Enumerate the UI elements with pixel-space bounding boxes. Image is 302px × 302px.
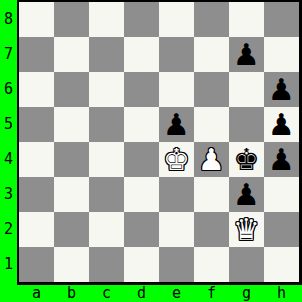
square-g6[interactable] xyxy=(229,72,264,107)
square-c2[interactable] xyxy=(89,212,124,247)
square-d6[interactable] xyxy=(124,72,159,107)
square-c3[interactable] xyxy=(89,177,124,212)
rank-label-2: 2 xyxy=(0,212,17,247)
square-c6[interactable] xyxy=(89,72,124,107)
rank-label-7: 7 xyxy=(0,37,17,72)
square-f4[interactable]: ♟ xyxy=(194,142,229,177)
chess-board: ♟♟♟♟♚♟♚♟♟♛ xyxy=(17,0,302,285)
square-g1[interactable] xyxy=(229,247,264,282)
square-h5[interactable]: ♟ xyxy=(264,107,299,142)
board-frame: ♟♟♟♟♚♟♚♟♟♛ 87654321abcdefgh xyxy=(0,0,302,302)
file-label-f: f xyxy=(194,285,229,302)
square-f2[interactable] xyxy=(194,212,229,247)
square-d3[interactable] xyxy=(124,177,159,212)
square-g8[interactable] xyxy=(229,2,264,37)
square-h1[interactable] xyxy=(264,247,299,282)
white-king[interactable]: ♚ xyxy=(159,142,194,177)
file-label-g: g xyxy=(229,285,264,302)
rank-label-3: 3 xyxy=(0,177,17,212)
square-h2[interactable] xyxy=(264,212,299,247)
rank-label-4: 4 xyxy=(0,142,17,177)
square-d8[interactable] xyxy=(124,2,159,37)
square-f6[interactable] xyxy=(194,72,229,107)
square-a3[interactable] xyxy=(19,177,54,212)
square-e7[interactable] xyxy=(159,37,194,72)
square-g5[interactable] xyxy=(229,107,264,142)
square-f1[interactable] xyxy=(194,247,229,282)
square-e2[interactable] xyxy=(159,212,194,247)
square-f8[interactable] xyxy=(194,2,229,37)
square-d7[interactable] xyxy=(124,37,159,72)
square-a1[interactable] xyxy=(19,247,54,282)
file-label-e: e xyxy=(159,285,194,302)
square-e8[interactable] xyxy=(159,2,194,37)
square-g4[interactable]: ♚ xyxy=(229,142,264,177)
white-queen[interactable]: ♛ xyxy=(229,212,264,247)
square-e4[interactable]: ♚ xyxy=(159,142,194,177)
square-d1[interactable] xyxy=(124,247,159,282)
black-pawn[interactable]: ♟ xyxy=(264,107,299,142)
square-h7[interactable] xyxy=(264,37,299,72)
black-king[interactable]: ♚ xyxy=(229,142,264,177)
rank-label-5: 5 xyxy=(0,107,17,142)
square-b7[interactable] xyxy=(54,37,89,72)
square-c4[interactable] xyxy=(89,142,124,177)
square-a2[interactable] xyxy=(19,212,54,247)
file-label-b: b xyxy=(54,285,89,302)
square-b6[interactable] xyxy=(54,72,89,107)
square-h6[interactable]: ♟ xyxy=(264,72,299,107)
square-d2[interactable] xyxy=(124,212,159,247)
square-a6[interactable] xyxy=(19,72,54,107)
square-a4[interactable] xyxy=(19,142,54,177)
square-e1[interactable] xyxy=(159,247,194,282)
file-label-h: h xyxy=(264,285,299,302)
square-d5[interactable] xyxy=(124,107,159,142)
square-e6[interactable] xyxy=(159,72,194,107)
rank-label-6: 6 xyxy=(0,72,17,107)
square-a5[interactable] xyxy=(19,107,54,142)
file-label-a: a xyxy=(19,285,54,302)
square-f5[interactable] xyxy=(194,107,229,142)
square-b8[interactable] xyxy=(54,2,89,37)
black-pawn[interactable]: ♟ xyxy=(264,142,299,177)
square-g3[interactable]: ♟ xyxy=(229,177,264,212)
square-c8[interactable] xyxy=(89,2,124,37)
square-h4[interactable]: ♟ xyxy=(264,142,299,177)
square-b1[interactable] xyxy=(54,247,89,282)
rank-label-1: 1 xyxy=(0,247,17,282)
square-b5[interactable] xyxy=(54,107,89,142)
rank-label-8: 8 xyxy=(0,2,17,37)
square-b2[interactable] xyxy=(54,212,89,247)
square-g2[interactable]: ♛ xyxy=(229,212,264,247)
black-pawn[interactable]: ♟ xyxy=(264,72,299,107)
square-f3[interactable] xyxy=(194,177,229,212)
square-b4[interactable] xyxy=(54,142,89,177)
square-g7[interactable]: ♟ xyxy=(229,37,264,72)
file-label-d: d xyxy=(124,285,159,302)
square-a7[interactable] xyxy=(19,37,54,72)
square-e5[interactable]: ♟ xyxy=(159,107,194,142)
square-h8[interactable] xyxy=(264,2,299,37)
black-pawn[interactable]: ♟ xyxy=(229,177,264,212)
square-c5[interactable] xyxy=(89,107,124,142)
square-a8[interactable] xyxy=(19,2,54,37)
black-pawn[interactable]: ♟ xyxy=(159,107,194,142)
square-f7[interactable] xyxy=(194,37,229,72)
square-b3[interactable] xyxy=(54,177,89,212)
square-e3[interactable] xyxy=(159,177,194,212)
black-pawn[interactable]: ♟ xyxy=(229,37,264,72)
square-c7[interactable] xyxy=(89,37,124,72)
square-h3[interactable] xyxy=(264,177,299,212)
square-c1[interactable] xyxy=(89,247,124,282)
file-label-c: c xyxy=(89,285,124,302)
square-d4[interactable] xyxy=(124,142,159,177)
white-pawn[interactable]: ♟ xyxy=(194,142,229,177)
